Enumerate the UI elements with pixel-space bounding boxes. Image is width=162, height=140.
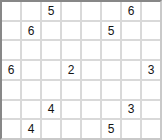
grid-cell[interactable] (142, 22, 160, 40)
grid-cell[interactable] (142, 120, 160, 138)
grid-cell-clue: 4 (22, 120, 40, 138)
grid-cell[interactable] (42, 81, 60, 99)
grid-cell[interactable] (62, 41, 80, 59)
grid-cell[interactable] (62, 2, 80, 20)
grid-cell[interactable] (62, 120, 80, 138)
grid-cell[interactable] (42, 120, 60, 138)
grid-cell-clue: 5 (102, 120, 120, 138)
grid-cell[interactable] (122, 41, 140, 59)
grid-cell[interactable] (82, 101, 100, 119)
grid-cell[interactable] (82, 22, 100, 40)
grid-cell[interactable] (122, 81, 140, 99)
grid-cell-clue: 3 (122, 101, 140, 119)
grid-cell[interactable] (142, 81, 160, 99)
grid-cell[interactable] (122, 22, 140, 40)
grid-cell[interactable] (82, 81, 100, 99)
grid-cell[interactable] (2, 101, 20, 119)
grid-cell[interactable] (42, 61, 60, 79)
grid-cell-clue: 6 (22, 22, 40, 40)
grid-cell-clue: 5 (102, 22, 120, 40)
grid-cell[interactable] (22, 61, 40, 79)
grid-cell[interactable] (122, 120, 140, 138)
grid-cell[interactable] (2, 81, 20, 99)
puzzle-board: 56656234345 (0, 0, 162, 140)
grid-cell[interactable] (102, 81, 120, 99)
grid-cell[interactable] (42, 41, 60, 59)
grid-cell[interactable] (22, 41, 40, 59)
grid-cell-clue: 4 (42, 101, 60, 119)
grid-cell[interactable] (82, 61, 100, 79)
grid-cell[interactable] (42, 22, 60, 40)
grid-cell[interactable] (82, 2, 100, 20)
grid-cell[interactable] (142, 41, 160, 59)
grid-cell[interactable] (82, 120, 100, 138)
grid-cell[interactable] (102, 61, 120, 79)
grid-cell[interactable] (22, 2, 40, 20)
grid-cell-clue: 6 (2, 61, 20, 79)
grid-cell-clue: 5 (42, 2, 60, 20)
grid-cell[interactable] (62, 22, 80, 40)
grid-cell[interactable] (62, 101, 80, 119)
grid-cell[interactable] (2, 22, 20, 40)
grid-cell[interactable] (122, 61, 140, 79)
grid-cell[interactable] (102, 101, 120, 119)
grid-cell[interactable] (82, 41, 100, 59)
grid-cell[interactable] (62, 81, 80, 99)
grid-cell-clue: 6 (122, 2, 140, 20)
grid-cell[interactable] (2, 2, 20, 20)
grid-cell-clue: 3 (142, 61, 160, 79)
grid-cell[interactable] (2, 41, 20, 59)
grid-cell[interactable] (102, 2, 120, 20)
grid-cell[interactable] (22, 101, 40, 119)
grid-cell-clue: 2 (62, 61, 80, 79)
grid-cell[interactable] (22, 81, 40, 99)
grid-cell[interactable] (142, 101, 160, 119)
grid-cell[interactable] (2, 120, 20, 138)
grid-cell[interactable] (142, 2, 160, 20)
grid-cell[interactable] (102, 41, 120, 59)
